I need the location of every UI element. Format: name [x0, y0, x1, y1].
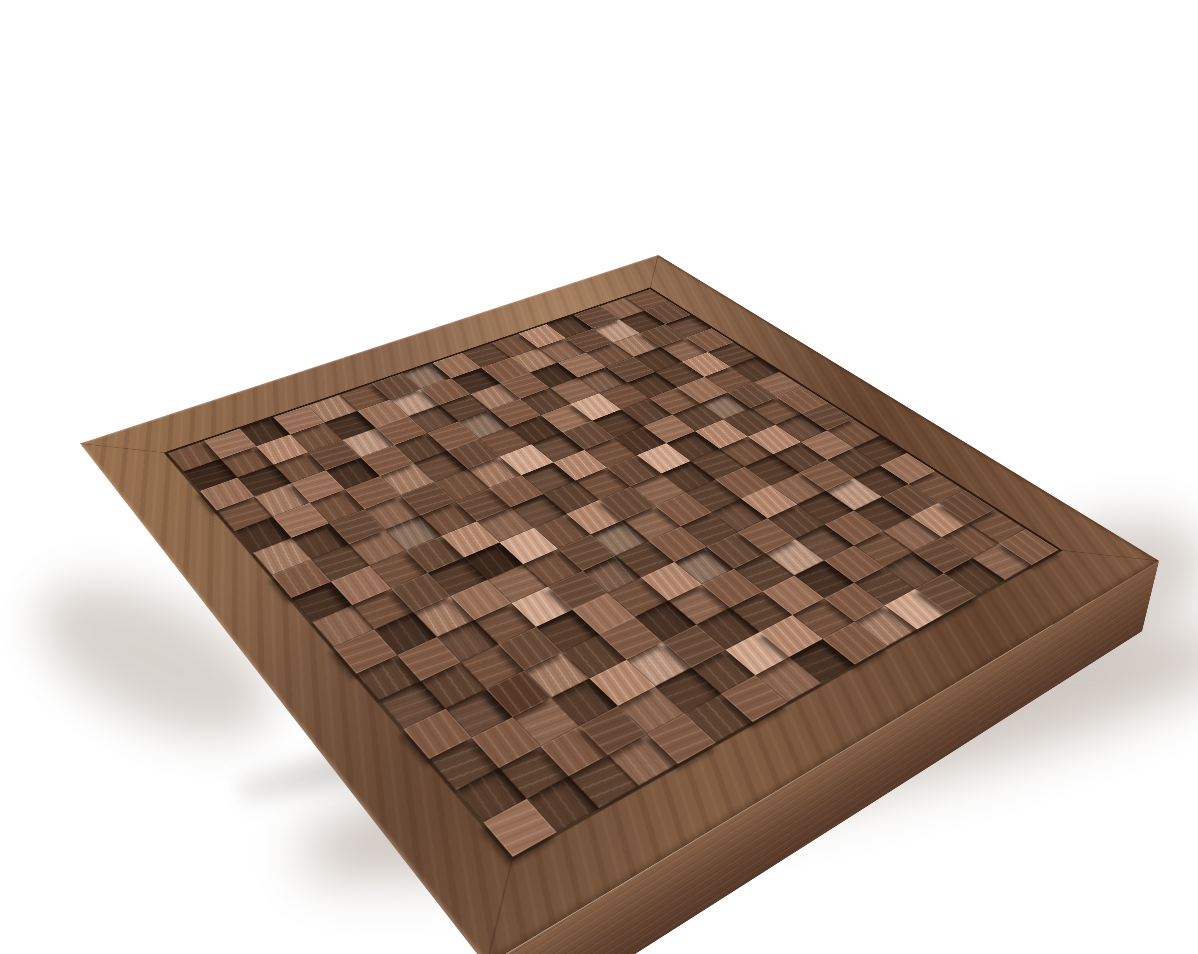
board-tile: [762, 576, 823, 615]
board-tile: [328, 509, 384, 544]
board-tile: [523, 549, 582, 587]
board-tile: [674, 547, 733, 584]
board-tile: [655, 667, 721, 713]
board-tile: [331, 566, 391, 605]
board-tile: [702, 569, 763, 608]
board-tile: [536, 610, 599, 652]
walnut-mosaic-board: [80, 255, 1159, 954]
board-tile: [442, 522, 499, 558]
board-tile: [608, 734, 678, 786]
board-tile: [451, 580, 512, 620]
board-tile: [484, 799, 557, 857]
board-tile: [365, 495, 421, 529]
board-tile: [477, 508, 534, 543]
board-tile: [527, 777, 599, 832]
board-tile: [825, 511, 883, 546]
board-tile: [312, 605, 374, 647]
board-tile: [623, 506, 680, 541]
board-tile: [944, 558, 1005, 596]
board-tile: [551, 678, 617, 725]
board-tile: [379, 681, 445, 729]
board-tile: [567, 500, 624, 534]
board-tile: [972, 543, 1032, 580]
board-tile: [648, 526, 706, 562]
board-tile: [885, 589, 947, 629]
board-tile: [534, 514, 591, 549]
board-tile: [406, 536, 464, 573]
board-tile: [792, 598, 854, 639]
board-tile: [854, 567, 915, 606]
board-tile: [420, 663, 485, 709]
board-tile: [607, 578, 668, 618]
board-tile: [765, 539, 824, 576]
board-tile: [823, 582, 885, 622]
board-tile: [721, 675, 788, 722]
board-tile: [738, 518, 796, 553]
board-tile: [790, 639, 855, 683]
board-tile: [582, 555, 642, 593]
board-recess: [164, 287, 1063, 861]
board-tile: [291, 523, 348, 559]
board-tile: [352, 589, 413, 630]
board-tile: [589, 660, 654, 706]
board-tile: [734, 554, 794, 592]
board-tile: [707, 533, 766, 569]
board-tile: [759, 615, 822, 657]
board-tile: [680, 512, 737, 547]
board-tile: [404, 709, 472, 759]
board-tile: [968, 509, 1026, 543]
board-tile: [487, 564, 547, 603]
board-tile: [511, 587, 572, 627]
board-tile: [217, 497, 273, 531]
board-tile: [445, 689, 512, 737]
board-tile: [854, 531, 913, 567]
board-tile: [385, 515, 442, 551]
board-tile: [696, 608, 759, 650]
board-tile: [499, 528, 557, 564]
board-tile: [421, 501, 477, 536]
board-tile: [941, 523, 1000, 558]
board-tile: [234, 517, 291, 553]
board-tile: [572, 594, 634, 635]
board-tile: [356, 655, 420, 701]
board-tile: [272, 559, 331, 598]
board-tile: [369, 551, 428, 589]
board-tile: [730, 591, 792, 631]
board-tile: [511, 494, 567, 528]
board-tile: [525, 652, 590, 697]
perspective-wrapper: [0, 0, 1198, 954]
board-tile: [641, 562, 701, 600]
board-tile: [539, 726, 608, 777]
board-tile: [618, 686, 685, 734]
board-tile: [725, 632, 789, 675]
board-tile: [591, 520, 649, 556]
board-tile: [915, 573, 976, 612]
board-tile: [499, 627, 562, 670]
board-tile: [884, 552, 944, 589]
board-tile: [374, 612, 436, 654]
board-tile: [471, 717, 539, 768]
board-tile: [768, 505, 825, 539]
board-tile: [562, 634, 626, 678]
board-tile: [616, 541, 675, 578]
board-tile: [685, 694, 753, 742]
board-tile: [311, 544, 369, 582]
board-tile: [647, 714, 716, 764]
board-tile: [486, 670, 552, 717]
board-tile: [626, 642, 691, 686]
board-tile: [292, 582, 352, 622]
board-tile: [691, 649, 756, 694]
photo-stage: [0, 0, 1198, 954]
board-tile: [391, 573, 451, 613]
board-tile: [557, 534, 615, 571]
board-tile: [796, 525, 854, 561]
board-top-face: [80, 255, 1159, 954]
board-tile: [883, 517, 941, 552]
board-tile: [436, 620, 499, 663]
board-tile: [253, 538, 311, 575]
board-tile: [334, 630, 397, 674]
board-tile: [512, 697, 579, 746]
board-tile: [348, 530, 406, 567]
board-tile: [309, 489, 364, 523]
board-tile: [668, 584, 729, 624]
board-tile: [474, 603, 536, 645]
board-tile: [498, 746, 568, 799]
board-tile: [428, 557, 487, 595]
board-tile: [822, 622, 886, 665]
board-tile: [547, 571, 607, 610]
board-tile: [272, 503, 328, 538]
board-tile: [854, 605, 917, 646]
board-tile: [756, 657, 822, 702]
board-tile: [456, 768, 527, 823]
board-tile: [460, 645, 524, 690]
board-tile: [913, 537, 972, 573]
board-tile: [397, 637, 461, 681]
board-tile: [579, 706, 647, 755]
board-tile: [999, 529, 1058, 565]
board-tile: [634, 601, 696, 642]
board-tile: [824, 545, 884, 582]
board-tile: [794, 560, 854, 598]
mosaic-grid: [168, 289, 1059, 857]
board-tile: [464, 542, 523, 579]
camera-tilt: [0, 0, 1198, 954]
board-tile: [662, 624, 726, 667]
board-tile: [429, 738, 498, 790]
board-tile: [599, 617, 662, 660]
board-tile: [413, 596, 474, 637]
board-tile: [568, 755, 639, 809]
